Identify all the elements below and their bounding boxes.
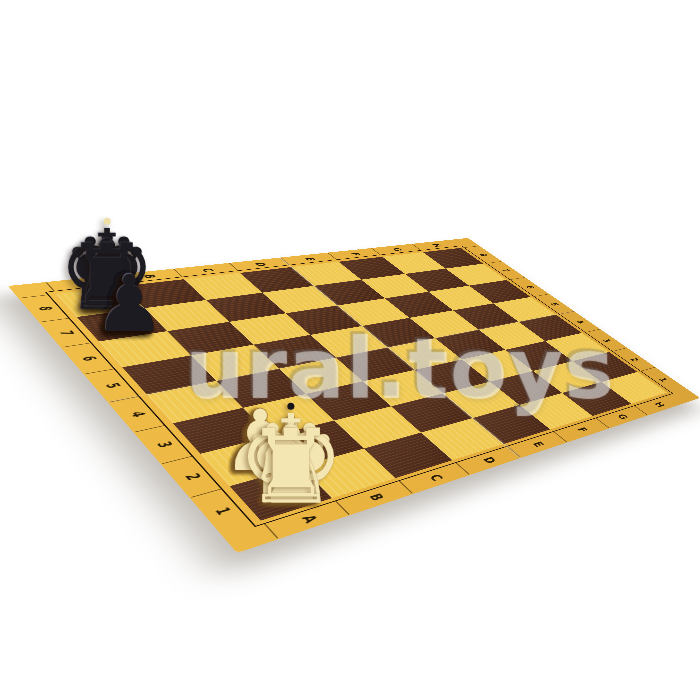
chessboard-mat: 88AA77BB66CC55DD44EE33FF22GG11HH — [8, 238, 700, 553]
finial-dot — [104, 228, 111, 235]
chessboard — [56, 248, 667, 521]
product-photo-scene: 88AA77BB66CC55DD44EE33FF22GG11HH ♜♞♝♛♚♝♞… — [0, 0, 700, 700]
finial-dot — [104, 218, 111, 225]
